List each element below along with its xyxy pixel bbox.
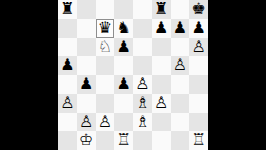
square-g8[interactable]: [171, 0, 190, 19]
square-d2[interactable]: [114, 113, 133, 132]
black-pawn-piece: ♟: [79, 75, 93, 94]
square-d8[interactable]: [114, 0, 133, 19]
square-d3[interactable]: [114, 94, 133, 113]
square-e5[interactable]: [133, 56, 152, 75]
square-a5[interactable]: ♟: [58, 56, 77, 75]
square-f6[interactable]: [152, 38, 171, 57]
square-d6[interactable]: ♟: [114, 38, 133, 57]
white-rook-piece: ♖: [116, 131, 130, 150]
black-king-piece: ♚: [191, 0, 205, 19]
white-pawn-piece: ♙: [135, 75, 149, 94]
black-rook-piece: ♜: [60, 0, 74, 19]
square-a6[interactable]: [58, 38, 77, 57]
square-h3[interactable]: [189, 94, 208, 113]
right-letterbox-bar: [208, 0, 266, 150]
square-e7[interactable]: [133, 19, 152, 38]
white-pawn-piece: ♙: [191, 38, 205, 57]
black-pawn-piece: ♟: [154, 19, 168, 38]
white-bishop-piece: ♗: [135, 94, 149, 113]
square-d1[interactable]: ♖: [114, 131, 133, 150]
black-knight-piece: ♞: [116, 19, 130, 38]
square-c8[interactable]: [96, 0, 115, 19]
square-c6[interactable]: ♘: [96, 38, 115, 57]
square-h4[interactable]: [189, 75, 208, 94]
square-g4[interactable]: [171, 75, 190, 94]
black-pawn-piece: ♟: [173, 19, 187, 38]
square-e3[interactable]: ♗: [133, 94, 152, 113]
square-b5[interactable]: [77, 56, 96, 75]
square-b7[interactable]: [77, 19, 96, 38]
app-window: ♜♜♚♛♞♟♟♟♘♟♙♟♙♟♟♙♙♗♙♙♙♗♔♖♖: [0, 0, 266, 150]
square-f2[interactable]: [152, 113, 171, 132]
square-h5[interactable]: [189, 56, 208, 75]
square-h1[interactable]: ♖: [189, 131, 208, 150]
square-b3[interactable]: [77, 94, 96, 113]
square-h8[interactable]: ♚: [189, 0, 208, 19]
square-b8[interactable]: [77, 0, 96, 19]
square-c5[interactable]: [96, 56, 115, 75]
square-e2[interactable]: ♗: [133, 113, 152, 132]
square-f4[interactable]: [152, 75, 171, 94]
square-g3[interactable]: [171, 94, 190, 113]
square-c7[interactable]: ♛: [96, 19, 115, 38]
square-g5[interactable]: ♙: [171, 56, 190, 75]
black-rook-piece: ♜: [154, 0, 168, 19]
black-pawn-piece: ♟: [116, 75, 130, 94]
square-g1[interactable]: [171, 131, 190, 150]
square-f1[interactable]: [152, 131, 171, 150]
square-h6[interactable]: ♙: [189, 38, 208, 57]
square-d7[interactable]: ♞: [114, 19, 133, 38]
square-a4[interactable]: [58, 75, 77, 94]
white-knight-piece: ♘: [98, 38, 112, 57]
white-pawn-piece: ♙: [173, 56, 187, 75]
chess-board: ♜♜♚♛♞♟♟♟♘♟♙♟♙♟♟♙♙♗♙♙♙♗♔♖♖: [58, 0, 208, 150]
square-a3[interactable]: ♙: [58, 94, 77, 113]
white-pawn-piece: ♙: [79, 113, 93, 132]
square-h7[interactable]: ♟: [189, 19, 208, 38]
black-pawn-piece: ♟: [60, 56, 74, 75]
white-pawn-piece: ♙: [154, 94, 168, 113]
square-f7[interactable]: ♟: [152, 19, 171, 38]
square-b6[interactable]: [77, 38, 96, 57]
square-b1[interactable]: ♔: [77, 131, 96, 150]
square-a1[interactable]: [58, 131, 77, 150]
square-h2[interactable]: [189, 113, 208, 132]
square-e6[interactable]: [133, 38, 152, 57]
square-e8[interactable]: [133, 0, 152, 19]
left-letterbox-bar: [0, 0, 58, 150]
black-queen-piece: ♛: [98, 19, 112, 38]
square-g7[interactable]: ♟: [171, 19, 190, 38]
white-king-piece: ♔: [79, 131, 93, 150]
square-c1[interactable]: [96, 131, 115, 150]
black-pawn-piece: ♟: [116, 38, 130, 57]
square-f3[interactable]: ♙: [152, 94, 171, 113]
square-d4[interactable]: ♟: [114, 75, 133, 94]
white-bishop-piece: ♗: [135, 113, 149, 132]
square-c4[interactable]: [96, 75, 115, 94]
square-a8[interactable]: ♜: [58, 0, 77, 19]
square-c2[interactable]: ♙: [96, 113, 115, 132]
square-e1[interactable]: [133, 131, 152, 150]
black-pawn-piece: ♟: [191, 19, 205, 38]
white-pawn-piece: ♙: [98, 113, 112, 132]
square-g6[interactable]: [171, 38, 190, 57]
square-f8[interactable]: ♜: [152, 0, 171, 19]
white-rook-piece: ♖: [191, 131, 205, 150]
square-c3[interactable]: [96, 94, 115, 113]
square-b2[interactable]: ♙: [77, 113, 96, 132]
square-f5[interactable]: [152, 56, 171, 75]
square-d5[interactable]: [114, 56, 133, 75]
square-a2[interactable]: [58, 113, 77, 132]
square-g2[interactable]: [171, 113, 190, 132]
square-b4[interactable]: ♟: [77, 75, 96, 94]
white-pawn-piece: ♙: [60, 94, 74, 113]
square-e4[interactable]: ♙: [133, 75, 152, 94]
square-a7[interactable]: [58, 19, 77, 38]
